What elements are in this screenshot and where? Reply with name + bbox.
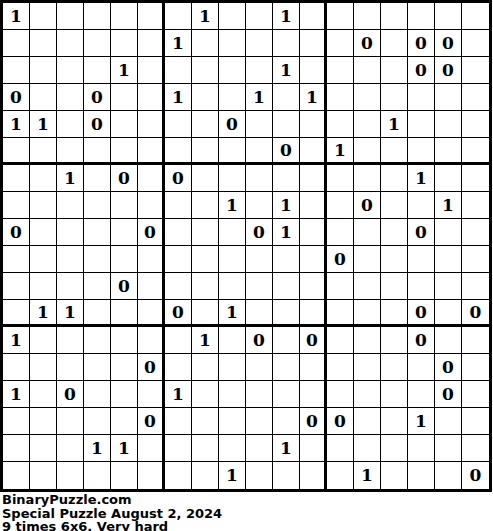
- cell-r3c18[interactable]: [462, 57, 489, 84]
- cell-r1c7[interactable]: [165, 3, 192, 30]
- cell-r7c4[interactable]: [84, 165, 111, 192]
- cell-r13c16-given: 0: [408, 327, 435, 354]
- cell-r15c17-given: 0: [435, 381, 462, 408]
- cell-r8c5[interactable]: [111, 192, 138, 219]
- cell-r5c18[interactable]: [462, 111, 489, 138]
- cell-r18c18-given: 0: [462, 462, 489, 489]
- cell-r1c10[interactable]: [246, 3, 273, 30]
- cell-r14c15[interactable]: [381, 354, 408, 381]
- cell-r12c12[interactable]: [300, 300, 327, 327]
- cell-r18c15[interactable]: [381, 462, 408, 489]
- cell-r4c11[interactable]: [273, 84, 300, 111]
- cell-r8c6[interactable]: [138, 192, 165, 219]
- cell-r6c5[interactable]: [111, 138, 138, 165]
- cell-r11c17[interactable]: [435, 273, 462, 300]
- cell-r4c5[interactable]: [111, 84, 138, 111]
- cell-r5c13[interactable]: [327, 111, 354, 138]
- cell-r18c4[interactable]: [84, 462, 111, 489]
- cell-r14c7[interactable]: [165, 354, 192, 381]
- cell-r14c16[interactable]: [408, 354, 435, 381]
- cell-r15c10[interactable]: [246, 381, 273, 408]
- cell-r6c14[interactable]: [354, 138, 381, 165]
- cell-r15c9[interactable]: [219, 381, 246, 408]
- footer: BinaryPuzzle.com Special Puzzle August 2…: [0, 492, 493, 531]
- cell-r4c16[interactable]: [408, 84, 435, 111]
- cell-r18c14-given: 1: [354, 462, 381, 489]
- cell-r11c2[interactable]: [30, 273, 57, 300]
- cell-r4c6[interactable]: [138, 84, 165, 111]
- cell-r9c11-given: 1: [273, 219, 300, 246]
- cell-r2c5[interactable]: [111, 30, 138, 57]
- cell-r5c17[interactable]: [435, 111, 462, 138]
- cell-r10c12[interactable]: [300, 246, 327, 273]
- cell-r3c3[interactable]: [57, 57, 84, 84]
- cell-r2c8[interactable]: [192, 30, 219, 57]
- cell-r17c9[interactable]: [219, 435, 246, 462]
- cell-r10c14[interactable]: [354, 246, 381, 273]
- cell-r12c17[interactable]: [435, 300, 462, 327]
- cell-r8c15[interactable]: [381, 192, 408, 219]
- cell-r17c12[interactable]: [300, 435, 327, 462]
- cell-r6c12[interactable]: [300, 138, 327, 165]
- cell-r5c6[interactable]: [138, 111, 165, 138]
- cell-r10c8[interactable]: [192, 246, 219, 273]
- cell-r4c17[interactable]: [435, 84, 462, 111]
- cell-r11c7[interactable]: [165, 273, 192, 300]
- cell-r16c18[interactable]: [462, 408, 489, 435]
- cell-r7c5-given: 0: [111, 165, 138, 192]
- cell-r17c2[interactable]: [30, 435, 57, 462]
- cell-r18c12[interactable]: [300, 462, 327, 489]
- cell-r17c7[interactable]: [165, 435, 192, 462]
- cell-r3c8[interactable]: [192, 57, 219, 84]
- cell-r1c17[interactable]: [435, 3, 462, 30]
- cell-r16c5[interactable]: [111, 408, 138, 435]
- cell-r8c8[interactable]: [192, 192, 219, 219]
- cell-r18c2[interactable]: [30, 462, 57, 489]
- cell-r4c8[interactable]: [192, 84, 219, 111]
- cell-r12c4[interactable]: [84, 300, 111, 327]
- cell-r13c8-given: 1: [192, 327, 219, 354]
- cell-r9c9[interactable]: [219, 219, 246, 246]
- cell-r11c9[interactable]: [219, 273, 246, 300]
- cell-r11c8[interactable]: [192, 273, 219, 300]
- cell-r18c10[interactable]: [246, 462, 273, 489]
- cell-r16c10[interactable]: [246, 408, 273, 435]
- cell-r17c1[interactable]: [3, 435, 30, 462]
- cell-r9c14[interactable]: [354, 219, 381, 246]
- cell-r7c13[interactable]: [327, 165, 354, 192]
- page: 1111000110000111110010110011101000100011…: [0, 0, 493, 531]
- cell-r8c2[interactable]: [30, 192, 57, 219]
- cell-r2c4[interactable]: [84, 30, 111, 57]
- puzzle-difficulty: 9 times 6x6, Very hard: [2, 520, 493, 531]
- cell-r15c5[interactable]: [111, 381, 138, 408]
- cell-r5c4-given: 0: [84, 111, 111, 138]
- cell-r7c12[interactable]: [300, 165, 327, 192]
- cell-r11c18[interactable]: [462, 273, 489, 300]
- cell-r18c1[interactable]: [3, 462, 30, 489]
- cell-r7c1[interactable]: [3, 165, 30, 192]
- cell-r15c8[interactable]: [192, 381, 219, 408]
- cell-r9c13[interactable]: [327, 219, 354, 246]
- cell-r12c15[interactable]: [381, 300, 408, 327]
- cell-r7c7-given: 0: [165, 165, 192, 192]
- cell-r16c14[interactable]: [354, 408, 381, 435]
- cell-r3c16-given: 0: [408, 57, 435, 84]
- cell-r11c13[interactable]: [327, 273, 354, 300]
- cell-r2c3[interactable]: [57, 30, 84, 57]
- cell-r16c13-given: 0: [327, 408, 354, 435]
- cell-r1c5[interactable]: [111, 3, 138, 30]
- cell-r1c13[interactable]: [327, 3, 354, 30]
- cell-r9c18[interactable]: [462, 219, 489, 246]
- cell-r18c7[interactable]: [165, 462, 192, 489]
- cell-r2c1[interactable]: [3, 30, 30, 57]
- cell-r10c6[interactable]: [138, 246, 165, 273]
- cell-r1c14[interactable]: [354, 3, 381, 30]
- cell-r10c17[interactable]: [435, 246, 462, 273]
- cell-r11c3[interactable]: [57, 273, 84, 300]
- cell-r9c7[interactable]: [165, 219, 192, 246]
- cell-r18c3[interactable]: [57, 462, 84, 489]
- cell-r6c17[interactable]: [435, 138, 462, 165]
- cell-r9c8[interactable]: [192, 219, 219, 246]
- cell-r11c14[interactable]: [354, 273, 381, 300]
- cell-r10c16[interactable]: [408, 246, 435, 273]
- cell-r15c1-given: 1: [3, 381, 30, 408]
- cell-r8c13[interactable]: [327, 192, 354, 219]
- cell-r3c4[interactable]: [84, 57, 111, 84]
- cell-r1c9[interactable]: [219, 3, 246, 30]
- cell-r18c8[interactable]: [192, 462, 219, 489]
- cell-r7c9[interactable]: [219, 165, 246, 192]
- cell-r5c9-given: 0: [219, 111, 246, 138]
- cell-r10c7[interactable]: [165, 246, 192, 273]
- cell-r18c11[interactable]: [273, 462, 300, 489]
- cell-r7c14[interactable]: [354, 165, 381, 192]
- cell-r14c17-given: 0: [435, 354, 462, 381]
- cell-r5c5[interactable]: [111, 111, 138, 138]
- cell-r2c18[interactable]: [462, 30, 489, 57]
- cell-r10c10[interactable]: [246, 246, 273, 273]
- cell-r4c1-given: 0: [3, 84, 30, 111]
- cell-r4c3[interactable]: [57, 84, 84, 111]
- cell-r13c5[interactable]: [111, 327, 138, 354]
- cell-r15c16[interactable]: [408, 381, 435, 408]
- cell-r17c18[interactable]: [462, 435, 489, 462]
- cell-r4c12-given: 1: [300, 84, 327, 111]
- cell-r5c11[interactable]: [273, 111, 300, 138]
- cell-r4c15[interactable]: [381, 84, 408, 111]
- cell-r10c4[interactable]: [84, 246, 111, 273]
- cell-r5c3[interactable]: [57, 111, 84, 138]
- cell-r18c16[interactable]: [408, 462, 435, 489]
- cell-r15c15[interactable]: [381, 381, 408, 408]
- cell-r12c8[interactable]: [192, 300, 219, 327]
- cell-r14c3[interactable]: [57, 354, 84, 381]
- cell-r13c15[interactable]: [381, 327, 408, 354]
- cell-r4c4-given: 0: [84, 84, 111, 111]
- cell-r12c14[interactable]: [354, 300, 381, 327]
- cell-r3c17-given: 0: [435, 57, 462, 84]
- cell-r15c12[interactable]: [300, 381, 327, 408]
- cell-r6c13-given: 1: [327, 138, 354, 165]
- cell-r8c1[interactable]: [3, 192, 30, 219]
- cell-r2c2[interactable]: [30, 30, 57, 57]
- cell-r15c14[interactable]: [354, 381, 381, 408]
- cell-r13c18[interactable]: [462, 327, 489, 354]
- cell-r6c16[interactable]: [408, 138, 435, 165]
- cell-r7c16-given: 1: [408, 165, 435, 192]
- cell-r8c16[interactable]: [408, 192, 435, 219]
- cell-r6c6[interactable]: [138, 138, 165, 165]
- cell-r18c6[interactable]: [138, 462, 165, 489]
- cell-r13c14[interactable]: [354, 327, 381, 354]
- cell-r8c12[interactable]: [300, 192, 327, 219]
- cell-r17c6[interactable]: [138, 435, 165, 462]
- cell-r8c10[interactable]: [246, 192, 273, 219]
- cell-r1c15[interactable]: [381, 3, 408, 30]
- cell-r3c2[interactable]: [30, 57, 57, 84]
- cell-r2c11[interactable]: [273, 30, 300, 57]
- cell-r15c13[interactable]: [327, 381, 354, 408]
- cell-r1c2[interactable]: [30, 3, 57, 30]
- cell-r11c12[interactable]: [300, 273, 327, 300]
- cell-r16c1[interactable]: [3, 408, 30, 435]
- cell-r13c13[interactable]: [327, 327, 354, 354]
- cell-r18c17[interactable]: [435, 462, 462, 489]
- cell-r7c2[interactable]: [30, 165, 57, 192]
- cell-r14c1[interactable]: [3, 354, 30, 381]
- cell-r12c7-given: 0: [165, 300, 192, 327]
- cell-r7c10[interactable]: [246, 165, 273, 192]
- cell-r10c15[interactable]: [381, 246, 408, 273]
- cell-r4c9[interactable]: [219, 84, 246, 111]
- cell-r14c12[interactable]: [300, 354, 327, 381]
- cell-r15c2[interactable]: [30, 381, 57, 408]
- cell-r7c18[interactable]: [462, 165, 489, 192]
- cell-r6c4[interactable]: [84, 138, 111, 165]
- cell-r3c12[interactable]: [300, 57, 327, 84]
- cell-r12c13[interactable]: [327, 300, 354, 327]
- cell-r16c17[interactable]: [435, 408, 462, 435]
- cell-r1c16[interactable]: [408, 3, 435, 30]
- cell-r17c10[interactable]: [246, 435, 273, 462]
- cell-r12c6[interactable]: [138, 300, 165, 327]
- cell-r1c6[interactable]: [138, 3, 165, 30]
- cell-r12c9-given: 1: [219, 300, 246, 327]
- cell-r14c2[interactable]: [30, 354, 57, 381]
- cell-r12c2-given: 1: [30, 300, 57, 327]
- cell-r1c18[interactable]: [462, 3, 489, 30]
- cell-r11c10[interactable]: [246, 273, 273, 300]
- cell-r16c9[interactable]: [219, 408, 246, 435]
- cell-r8c4[interactable]: [84, 192, 111, 219]
- puzzle-title: Special Puzzle August 2, 2024: [2, 507, 493, 521]
- cell-r4c14[interactable]: [354, 84, 381, 111]
- cell-r3c7[interactable]: [165, 57, 192, 84]
- cell-r2c16-given: 0: [408, 30, 435, 57]
- cell-r14c9[interactable]: [219, 354, 246, 381]
- cell-r5c14[interactable]: [354, 111, 381, 138]
- cell-r10c3[interactable]: [57, 246, 84, 273]
- cell-r8c7[interactable]: [165, 192, 192, 219]
- cell-r9c1-given: 0: [3, 219, 30, 246]
- cell-r5c7[interactable]: [165, 111, 192, 138]
- cell-r6c3[interactable]: [57, 138, 84, 165]
- cell-r8c17-given: 1: [435, 192, 462, 219]
- cell-r12c10[interactable]: [246, 300, 273, 327]
- cell-r16c15[interactable]: [381, 408, 408, 435]
- cell-r3c15[interactable]: [381, 57, 408, 84]
- cell-r14c10[interactable]: [246, 354, 273, 381]
- cell-r3c14[interactable]: [354, 57, 381, 84]
- cell-r17c17[interactable]: [435, 435, 462, 462]
- cell-r18c9-given: 1: [219, 462, 246, 489]
- cell-r18c5[interactable]: [111, 462, 138, 489]
- cell-r10c9[interactable]: [219, 246, 246, 273]
- cell-r17c13[interactable]: [327, 435, 354, 462]
- cell-r4c2[interactable]: [30, 84, 57, 111]
- cell-r11c16[interactable]: [408, 273, 435, 300]
- cell-r17c5-given: 1: [111, 435, 138, 462]
- cell-r11c11[interactable]: [273, 273, 300, 300]
- cell-r14c18[interactable]: [462, 354, 489, 381]
- cell-r8c18[interactable]: [462, 192, 489, 219]
- cell-r1c3[interactable]: [57, 3, 84, 30]
- cell-r16c3[interactable]: [57, 408, 84, 435]
- cell-r17c11-given: 1: [273, 435, 300, 462]
- cell-r12c1[interactable]: [3, 300, 30, 327]
- cell-r16c8[interactable]: [192, 408, 219, 435]
- cell-r13c2[interactable]: [30, 327, 57, 354]
- cell-r12c5[interactable]: [111, 300, 138, 327]
- cell-r2c17-given: 0: [435, 30, 462, 57]
- cell-r7c17[interactable]: [435, 165, 462, 192]
- cell-r11c15[interactable]: [381, 273, 408, 300]
- cell-r6c7[interactable]: [165, 138, 192, 165]
- cell-r16c2[interactable]: [30, 408, 57, 435]
- cell-r10c18[interactable]: [462, 246, 489, 273]
- cell-r14c11[interactable]: [273, 354, 300, 381]
- cell-r10c5[interactable]: [111, 246, 138, 273]
- cell-r6c1[interactable]: [3, 138, 30, 165]
- cell-r17c8[interactable]: [192, 435, 219, 462]
- cell-r15c6[interactable]: [138, 381, 165, 408]
- cell-r2c12[interactable]: [300, 30, 327, 57]
- cell-r9c15[interactable]: [381, 219, 408, 246]
- cell-r3c10[interactable]: [246, 57, 273, 84]
- cell-r13c7[interactable]: [165, 327, 192, 354]
- cell-r2c13[interactable]: [327, 30, 354, 57]
- cell-r9c12[interactable]: [300, 219, 327, 246]
- cell-r1c1-given: 1: [3, 3, 30, 30]
- cell-r6c2[interactable]: [30, 138, 57, 165]
- cell-r13c4[interactable]: [84, 327, 111, 354]
- cell-r2c6[interactable]: [138, 30, 165, 57]
- cell-r6c18[interactable]: [462, 138, 489, 165]
- cell-r14c14[interactable]: [354, 354, 381, 381]
- cell-r16c12-given: 0: [300, 408, 327, 435]
- cell-r8c14-given: 0: [354, 192, 381, 219]
- cell-r6c8[interactable]: [192, 138, 219, 165]
- cell-r2c10[interactable]: [246, 30, 273, 57]
- cell-r6c9[interactable]: [219, 138, 246, 165]
- cell-r9c5[interactable]: [111, 219, 138, 246]
- cell-r16c4[interactable]: [84, 408, 111, 435]
- cell-r15c4[interactable]: [84, 381, 111, 408]
- cell-r5c10[interactable]: [246, 111, 273, 138]
- cell-r7c6[interactable]: [138, 165, 165, 192]
- cell-r7c8[interactable]: [192, 165, 219, 192]
- cell-r13c17[interactable]: [435, 327, 462, 354]
- cell-r14c5[interactable]: [111, 354, 138, 381]
- cell-r10c1[interactable]: [3, 246, 30, 273]
- cell-r9c3[interactable]: [57, 219, 84, 246]
- cell-r5c12[interactable]: [300, 111, 327, 138]
- cell-r15c11[interactable]: [273, 381, 300, 408]
- cell-r5c16[interactable]: [408, 111, 435, 138]
- cell-r2c15[interactable]: [381, 30, 408, 57]
- cell-r9c4[interactable]: [84, 219, 111, 246]
- cell-r13c9[interactable]: [219, 327, 246, 354]
- cell-r10c2[interactable]: [30, 246, 57, 273]
- cell-r2c9[interactable]: [219, 30, 246, 57]
- cell-r6c10[interactable]: [246, 138, 273, 165]
- cell-r9c2[interactable]: [30, 219, 57, 246]
- cell-r4c18[interactable]: [462, 84, 489, 111]
- cell-r3c9[interactable]: [219, 57, 246, 84]
- cell-r8c3[interactable]: [57, 192, 84, 219]
- cell-r14c13[interactable]: [327, 354, 354, 381]
- cell-r9c6-given: 0: [138, 219, 165, 246]
- cell-r15c18[interactable]: [462, 381, 489, 408]
- cell-r18c13[interactable]: [327, 462, 354, 489]
- cell-r14c8[interactable]: [192, 354, 219, 381]
- cell-r9c17[interactable]: [435, 219, 462, 246]
- cell-r16c7[interactable]: [165, 408, 192, 435]
- cell-r15c7-given: 1: [165, 381, 192, 408]
- cell-r17c16[interactable]: [408, 435, 435, 462]
- cell-r6c15[interactable]: [381, 138, 408, 165]
- cell-r12c11[interactable]: [273, 300, 300, 327]
- cell-r11c1[interactable]: [3, 273, 30, 300]
- cell-r13c11[interactable]: [273, 327, 300, 354]
- cell-r1c12[interactable]: [300, 3, 327, 30]
- cell-r10c11[interactable]: [273, 246, 300, 273]
- cell-r14c4[interactable]: [84, 354, 111, 381]
- cell-r16c11[interactable]: [273, 408, 300, 435]
- cell-r3c1[interactable]: [3, 57, 30, 84]
- cell-r9c16-given: 0: [408, 219, 435, 246]
- cell-r17c3[interactable]: [57, 435, 84, 462]
- cell-r11c6[interactable]: [138, 273, 165, 300]
- cell-r13c6[interactable]: [138, 327, 165, 354]
- cell-r4c13[interactable]: [327, 84, 354, 111]
- cell-r1c4[interactable]: [84, 3, 111, 30]
- cell-r3c13[interactable]: [327, 57, 354, 84]
- cell-r7c11[interactable]: [273, 165, 300, 192]
- cell-r11c4[interactable]: [84, 273, 111, 300]
- cell-r17c15[interactable]: [381, 435, 408, 462]
- cell-r3c6[interactable]: [138, 57, 165, 84]
- cell-r7c15[interactable]: [381, 165, 408, 192]
- cell-r13c3[interactable]: [57, 327, 84, 354]
- cell-r12c3-given: 1: [57, 300, 84, 327]
- cell-r17c14[interactable]: [354, 435, 381, 462]
- cell-r5c8[interactable]: [192, 111, 219, 138]
